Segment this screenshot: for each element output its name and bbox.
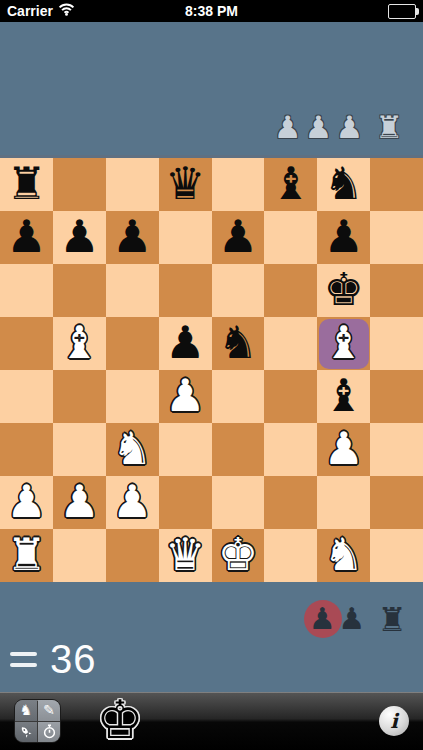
square-a5[interactable] <box>0 317 53 370</box>
square-h8[interactable] <box>370 158 423 211</box>
square-f6[interactable] <box>264 264 317 317</box>
square-f4[interactable] <box>264 370 317 423</box>
black-king-icon: ♚ <box>96 693 144 746</box>
captured-white-rook: ♜ <box>375 112 403 143</box>
top-player-area: ♟♟♟♜ <box>0 22 423 155</box>
battery-icon <box>388 4 416 19</box>
pencil-icon: ✎ <box>43 703 55 717</box>
piece-black-bishop: ♝ <box>271 161 311 206</box>
square-e3[interactable] <box>212 423 265 476</box>
square-c8[interactable] <box>106 158 159 211</box>
side-to-move-king-button[interactable]: ♚ <box>86 692 154 750</box>
carrier-label: Carrier <box>7 3 53 19</box>
square-f2[interactable] <box>264 476 317 529</box>
square-g3[interactable]: ♟ <box>317 423 370 476</box>
square-b1[interactable] <box>53 529 106 582</box>
square-c3[interactable]: ♞ <box>106 423 159 476</box>
piece-black-rook: ♜ <box>6 161 46 206</box>
square-c7[interactable]: ♟ <box>106 211 159 264</box>
square-g6[interactable]: ♚ <box>317 264 370 317</box>
captured-black-pawn: ♟ <box>339 604 366 634</box>
square-d6[interactable] <box>159 264 212 317</box>
piece-black-knight: ♞ <box>218 320 258 365</box>
piece-white-queen: ♛ <box>165 532 205 577</box>
square-g1[interactable]: ♞ <box>317 529 370 582</box>
bottom-player-area: ♟♟♜ 36 <box>0 582 423 692</box>
square-f1[interactable] <box>264 529 317 582</box>
square-h3[interactable] <box>370 423 423 476</box>
knight-icon: ♞ <box>20 703 33 717</box>
game-mode-button[interactable]: ♞ ✎ <box>14 699 61 743</box>
stopwatch-icon <box>38 722 60 743</box>
square-c6[interactable] <box>106 264 159 317</box>
square-a6[interactable] <box>0 264 53 317</box>
square-g4[interactable]: ♝ <box>317 370 370 423</box>
square-d1[interactable]: ♛ <box>159 529 212 582</box>
piece-black-king: ♚ <box>324 267 364 312</box>
piece-white-pawn: ♟ <box>59 479 99 524</box>
square-d3[interactable] <box>159 423 212 476</box>
piece-white-king: ♚ <box>218 532 258 577</box>
square-h6[interactable] <box>370 264 423 317</box>
square-a7[interactable]: ♟ <box>0 211 53 264</box>
piece-black-bishop: ♝ <box>324 373 364 418</box>
piece-white-pawn: ♟ <box>6 479 46 524</box>
captured-white-pieces-tray: ♟♟♟♜ <box>274 112 403 143</box>
square-e5[interactable]: ♞ <box>212 317 265 370</box>
piece-black-queen: ♛ <box>165 161 205 206</box>
square-b4[interactable] <box>53 370 106 423</box>
bottom-toolbar: ♞ ✎ <box>0 692 423 750</box>
captured-white-pawn: ♟ <box>305 112 333 143</box>
square-h7[interactable] <box>370 211 423 264</box>
piece-black-pawn: ♟ <box>6 214 46 259</box>
square-e7[interactable]: ♟ <box>212 211 265 264</box>
square-h2[interactable] <box>370 476 423 529</box>
square-b6[interactable] <box>53 264 106 317</box>
evaluation-value: 36 <box>50 637 97 682</box>
square-g7[interactable]: ♟ <box>317 211 370 264</box>
piece-black-pawn: ♟ <box>218 214 258 259</box>
square-h1[interactable] <box>370 529 423 582</box>
captured-white-pawn: ♟ <box>335 112 363 143</box>
piece-white-bishop: ♝ <box>59 320 99 365</box>
square-a8[interactable]: ♜ <box>0 158 53 211</box>
equal-icon <box>10 645 37 674</box>
square-b2[interactable]: ♟ <box>53 476 106 529</box>
square-a2[interactable]: ♟ <box>0 476 53 529</box>
info-button[interactable]: i <box>379 706 409 736</box>
square-b3[interactable] <box>53 423 106 476</box>
square-c4[interactable] <box>106 370 159 423</box>
evaluation-display: 36 <box>10 637 97 682</box>
square-c1[interactable] <box>106 529 159 582</box>
square-f8[interactable]: ♝ <box>264 158 317 211</box>
square-a4[interactable] <box>0 370 53 423</box>
piece-black-pawn: ♟ <box>165 320 205 365</box>
square-f5[interactable] <box>264 317 317 370</box>
square-e2[interactable] <box>212 476 265 529</box>
square-e1[interactable]: ♚ <box>212 529 265 582</box>
square-a3[interactable] <box>0 423 53 476</box>
square-c5[interactable] <box>106 317 159 370</box>
wifi-icon <box>58 3 75 19</box>
piece-white-pawn: ♟ <box>112 479 152 524</box>
captured-black-rook: ♜ <box>377 603 407 636</box>
square-d4[interactable]: ♟ <box>159 370 212 423</box>
square-e8[interactable] <box>212 158 265 211</box>
square-a1[interactable]: ♜ <box>0 529 53 582</box>
square-h5[interactable] <box>370 317 423 370</box>
captured-black-pawn: ♟ <box>309 604 336 634</box>
square-d8[interactable]: ♛ <box>159 158 212 211</box>
piece-white-pawn: ♟ <box>165 373 205 418</box>
square-g2[interactable] <box>317 476 370 529</box>
square-h4[interactable] <box>370 370 423 423</box>
chess-app-screen: Carrier 8:38 PM ♟♟♟♜ ♜♛♝♞♟♟♟♟♟♚♝♟♞♝♟♝♞♟♟… <box>0 0 423 750</box>
piece-black-pawn: ♟ <box>324 214 364 259</box>
square-b8[interactable] <box>53 158 106 211</box>
last-capture-highlight: ♟ <box>304 600 342 638</box>
status-bar: Carrier 8:38 PM <box>0 0 423 22</box>
square-c2[interactable]: ♟ <box>106 476 159 529</box>
piece-black-knight: ♞ <box>324 161 364 206</box>
square-g8[interactable]: ♞ <box>317 158 370 211</box>
piece-white-knight: ♞ <box>112 426 152 471</box>
captured-white-pawn: ♟ <box>274 112 302 143</box>
square-d5[interactable]: ♟ <box>159 317 212 370</box>
square-b7[interactable]: ♟ <box>53 211 106 264</box>
piece-white-bishop: ♝ <box>324 320 364 365</box>
piece-black-pawn: ♟ <box>112 214 152 259</box>
square-d2[interactable] <box>159 476 212 529</box>
piece-black-pawn: ♟ <box>59 214 99 259</box>
square-b5[interactable]: ♝ <box>53 317 106 370</box>
chess-board: ♜♛♝♞♟♟♟♟♟♚♝♟♞♝♟♝♞♟♟♟♟♜♛♚♞ <box>0 155 423 582</box>
rocket-icon <box>15 722 37 743</box>
piece-white-pawn: ♟ <box>324 426 364 471</box>
square-f7[interactable] <box>264 211 317 264</box>
square-f3[interactable] <box>264 423 317 476</box>
captured-black-pieces-tray: ♟♟♜ <box>304 600 408 638</box>
square-e6[interactable] <box>212 264 265 317</box>
square-e4[interactable] <box>212 370 265 423</box>
piece-white-rook: ♜ <box>6 532 46 577</box>
piece-white-knight: ♞ <box>324 532 364 577</box>
square-d7[interactable] <box>159 211 212 264</box>
square-g5[interactable]: ♝ <box>317 317 370 370</box>
